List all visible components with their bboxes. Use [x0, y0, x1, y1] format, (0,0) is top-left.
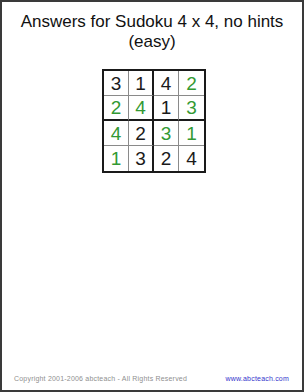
grid-cell: 3: [129, 146, 154, 171]
grid-cell: 1: [154, 96, 179, 121]
page-title: Answers for Sudoku 4 x 4, no hints (easy…: [2, 12, 302, 52]
grid-cell: 4: [104, 121, 129, 146]
grid-cell: 2: [154, 146, 179, 171]
grid-cell: 3: [154, 121, 179, 146]
page-title-line2: (easy): [2, 32, 302, 52]
grid-cell: 4: [179, 146, 204, 171]
grid-cell: 3: [179, 96, 204, 121]
worksheet-page: Answers for Sudoku 4 x 4, no hints (easy…: [0, 0, 304, 392]
copyright-text: Copyright 2001-2006 abcteach - All Right…: [14, 375, 187, 382]
grid-cell: 2: [129, 121, 154, 146]
page-title-line1: Answers for Sudoku 4 x 4, no hints: [2, 12, 302, 32]
sudoku-grid: 3142241342311324: [102, 69, 206, 173]
grid-cell: 4: [129, 96, 154, 121]
abcteach-link[interactable]: www.abcteach.com: [225, 375, 289, 382]
grid-cell: 4: [154, 71, 179, 96]
grid-cell: 1: [179, 121, 204, 146]
footer: Copyright 2001-2006 abcteach - All Right…: [14, 375, 289, 382]
grid-cell: 3: [104, 71, 129, 96]
grid-cell: 2: [104, 96, 129, 121]
grid-cell: 1: [104, 146, 129, 171]
grid-cell: 2: [179, 71, 204, 96]
grid-cell: 1: [129, 71, 154, 96]
